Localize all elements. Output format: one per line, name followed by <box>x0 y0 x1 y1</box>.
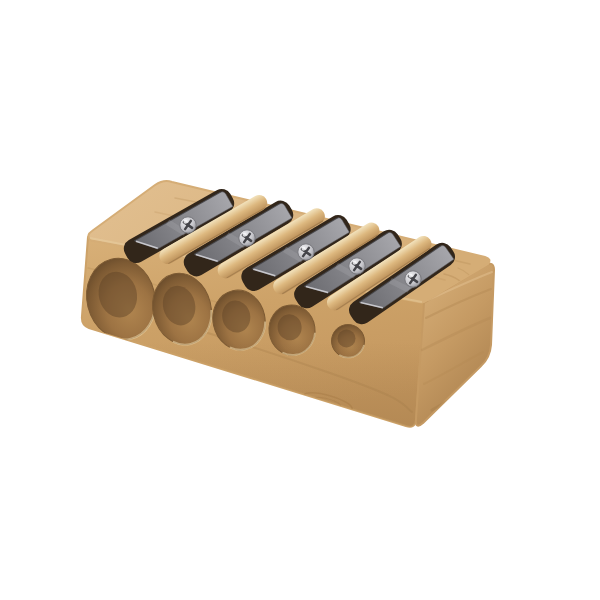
blade-screw-3 <box>298 244 314 260</box>
sharpener-body <box>78 181 494 427</box>
blade-screw-5 <box>405 271 421 287</box>
product-photo <box>0 0 600 600</box>
blade-screw-4 <box>349 258 365 274</box>
screw-glint <box>243 233 247 237</box>
screw-glint <box>353 261 357 265</box>
page: { "scene": { "type": "product-photo", "o… <box>0 0 600 600</box>
blade-screw-2 <box>239 230 255 246</box>
screw-glint <box>409 274 413 278</box>
blade-screw-1 <box>180 217 196 233</box>
screw-glint <box>302 247 306 251</box>
pencil-sharpener-illustration <box>0 0 600 600</box>
screw-glint <box>184 220 188 224</box>
